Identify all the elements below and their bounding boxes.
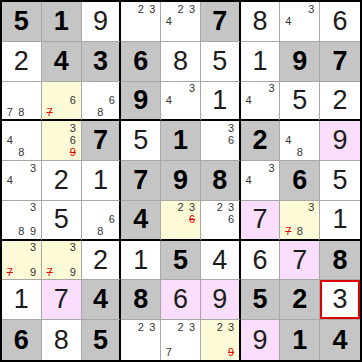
- candidate-digit: 4: [4, 174, 16, 186]
- cell-r8c6[interactable]: 9: [201, 280, 241, 320]
- candidate-digit: 9: [67, 266, 79, 278]
- solved-digit: 1: [333, 206, 348, 233]
- candidate-grid: 236: [201, 201, 239, 239]
- candidate-grid: 48: [2, 121, 41, 160]
- candidate-digit: 3: [186, 202, 198, 214]
- candidate-grid: 34: [2, 161, 41, 200]
- given-digit: 5: [253, 286, 268, 313]
- cell-r3c6[interactable]: 1: [201, 82, 241, 122]
- candidate-digit: 3: [186, 321, 198, 334]
- cell-r4c2[interactable]: 369: [42, 121, 82, 161]
- candidate-digit: 3: [225, 321, 236, 334]
- candidate-digit: 4: [282, 15, 294, 27]
- candidate-grid: 68: [82, 201, 120, 239]
- cell-r6c5[interactable]: 236: [161, 201, 201, 241]
- given-digit: 7: [333, 48, 348, 75]
- candidate-digit: 3: [225, 202, 236, 214]
- candidate-digit: 8: [16, 106, 28, 118]
- given-digit: 8: [333, 247, 348, 274]
- given-digit: 1: [292, 327, 307, 354]
- cell-r9c3[interactable]: 5: [82, 320, 122, 360]
- candidate-digit: 3: [27, 202, 39, 214]
- candidate-digit: 4: [4, 135, 16, 147]
- candidate-grid: 68: [82, 82, 120, 120]
- cell-r3c9[interactable]: 2: [320, 82, 360, 122]
- candidate-digit: 4: [243, 94, 255, 106]
- cell-r8c3[interactable]: 4: [82, 280, 122, 320]
- cell-r7c8[interactable]: 7: [280, 241, 320, 281]
- eliminated-candidate-digit: 7: [282, 226, 294, 238]
- eliminated-candidate-digit: 6: [186, 214, 198, 226]
- cell-r2c5[interactable]: 8: [161, 42, 201, 82]
- candidate-digit: 6: [225, 214, 236, 226]
- cell-r1c1[interactable]: 5: [2, 2, 42, 42]
- solved-digit: 1: [93, 167, 108, 194]
- solved-digit: 4: [212, 247, 227, 274]
- cell-r5c3[interactable]: 1: [82, 161, 122, 201]
- cell-r4c4[interactable]: 5: [121, 121, 161, 161]
- cell-r3c4[interactable]: 9: [121, 82, 161, 122]
- cell-r1c8[interactable]: 34: [280, 2, 320, 42]
- candidate-grid: 236: [161, 201, 200, 239]
- candidate-digit: 6: [67, 135, 79, 147]
- candidate-grid: 36: [201, 121, 239, 160]
- cell-r3c1[interactable]: 78: [2, 82, 42, 122]
- cell-r6c7[interactable]: 7: [241, 201, 281, 241]
- solved-digit: 1: [133, 247, 148, 274]
- solved-digit: 1: [253, 48, 268, 75]
- candidate-digit: 2: [175, 202, 187, 214]
- solved-digit: 8: [173, 48, 188, 75]
- given-digit: 3: [93, 48, 108, 75]
- solved-digit: 1: [212, 87, 227, 114]
- candidate-digit: 3: [27, 242, 39, 254]
- eliminated-candidate-digit: 7: [4, 266, 16, 278]
- cell-r2c3[interactable]: 3: [82, 42, 122, 82]
- cell-r1c4[interactable]: 23: [121, 2, 161, 42]
- candidate-digit: 8: [95, 226, 106, 238]
- candidate-digit: 6: [225, 135, 236, 147]
- candidate-digit: 8: [95, 106, 106, 118]
- candidate-digit: 2: [214, 202, 225, 214]
- solved-digit: 5: [212, 48, 227, 75]
- candidate-grid: 34: [280, 2, 319, 41]
- cell-r6c6[interactable]: 236: [201, 201, 241, 241]
- cell-r5c5[interactable]: 9: [161, 161, 201, 201]
- cell-r2c9[interactable]: 7: [320, 42, 360, 82]
- cell-r9c5[interactable]: 237: [161, 320, 201, 360]
- cell-r5c8[interactable]: 6: [280, 161, 320, 201]
- given-digit: 5: [93, 327, 108, 354]
- candidate-digit: 8: [16, 147, 28, 159]
- cell-r8c5[interactable]: 6: [161, 280, 201, 320]
- candidate-digit: 3: [67, 242, 79, 254]
- cell-r1c7[interactable]: 8: [241, 2, 281, 42]
- cell-r2c4[interactable]: 6: [121, 42, 161, 82]
- candidate-grid: 34: [241, 82, 280, 120]
- candidate-digit: 2: [135, 3, 147, 15]
- solved-digit: 2: [54, 167, 69, 194]
- cell-r1c6[interactable]: 7: [201, 2, 241, 42]
- cell-r7c1[interactable]: 379: [2, 241, 42, 281]
- cell-r6c8[interactable]: 378: [280, 201, 320, 241]
- cell-r8c1[interactable]: 1: [2, 280, 42, 320]
- candidate-digit: 3: [147, 3, 159, 15]
- candidate-digit: 3: [266, 83, 278, 95]
- cell-r4c5[interactable]: 1: [161, 121, 201, 161]
- candidate-grid: 48: [280, 121, 319, 160]
- candidate-grid: 23: [121, 320, 160, 360]
- given-digit: 7: [93, 127, 108, 154]
- candidate-digit: 8: [294, 147, 306, 159]
- candidate-grid: 239: [201, 320, 239, 360]
- given-digit: 4: [54, 48, 69, 75]
- cell-r1c2[interactable]: 1: [42, 2, 82, 42]
- cell-r8c9[interactable]: 3: [320, 280, 360, 320]
- cell-r9c9[interactable]: 4: [320, 320, 360, 360]
- solved-digit: 3: [333, 286, 348, 313]
- cell-r3c7[interactable]: 34: [241, 82, 281, 122]
- candidate-digit: 8: [294, 226, 306, 238]
- solved-digit: 6: [173, 286, 188, 313]
- candidate-grid: 234: [161, 2, 200, 41]
- given-digit: 2: [292, 286, 307, 313]
- cell-r4c1[interactable]: 48: [2, 121, 42, 161]
- solved-digit: 9: [212, 286, 227, 313]
- cell-r7c3[interactable]: 2: [82, 241, 122, 281]
- cell-r9c6[interactable]: 239: [201, 320, 241, 360]
- cell-r7c4[interactable]: 1: [121, 241, 161, 281]
- cell-r4c9[interactable]: 9: [320, 121, 360, 161]
- candidate-grid: 369: [42, 121, 81, 160]
- cell-r5c2[interactable]: 2: [42, 161, 82, 201]
- candidate-digit: 2: [135, 321, 147, 334]
- candidate-digit: 9: [27, 226, 39, 238]
- solved-digit: 7: [253, 206, 268, 233]
- given-digit: 5: [14, 8, 29, 35]
- cell-r5c9[interactable]: 5: [320, 161, 360, 201]
- candidate-digit: 2: [175, 321, 187, 334]
- given-digit: 7: [133, 167, 148, 194]
- given-digit: 6: [133, 48, 148, 75]
- sudoku-board: 5192323478346243685197786768934134524836…: [0, 0, 362, 362]
- candidate-grid: 389: [2, 201, 41, 239]
- cell-r9c2[interactable]: 8: [42, 320, 82, 360]
- given-digit: 8: [212, 167, 227, 194]
- given-digit: 8: [133, 286, 148, 313]
- solved-digit: 9: [333, 127, 348, 154]
- cell-r8c7[interactable]: 5: [241, 280, 281, 320]
- cell-r4c7[interactable]: 2: [241, 121, 281, 161]
- cell-r2c2[interactable]: 4: [42, 42, 82, 82]
- candidate-grid: 379: [2, 241, 41, 280]
- cell-r6c2[interactable]: 5: [42, 201, 82, 241]
- eliminated-candidate-digit: 7: [44, 106, 56, 118]
- cell-r5c4[interactable]: 7: [121, 161, 161, 201]
- solved-digit: 2: [333, 87, 348, 114]
- cell-r7c9[interactable]: 8: [320, 241, 360, 281]
- candidate-grid: 78: [2, 82, 41, 120]
- solved-digit: 9: [253, 327, 268, 354]
- cell-r8c2[interactable]: 7: [42, 280, 82, 320]
- candidate-digit: 6: [106, 94, 117, 106]
- cell-r5c7[interactable]: 34: [241, 161, 281, 201]
- candidate-digit: 3: [147, 321, 159, 334]
- solved-digit: 5: [333, 167, 348, 194]
- solved-digit: 5: [292, 87, 307, 114]
- candidate-digit: 4: [243, 174, 255, 186]
- solved-digit: 1: [14, 286, 29, 313]
- cell-r6c9[interactable]: 1: [320, 201, 360, 241]
- candidate-digit: 3: [306, 3, 318, 15]
- candidate-digit: 6: [67, 94, 79, 106]
- cell-r7c6[interactable]: 4: [201, 241, 241, 281]
- given-digit: 4: [93, 286, 108, 313]
- solved-digit: 6: [333, 8, 348, 35]
- solved-digit: 5: [133, 127, 148, 154]
- cell-r5c1[interactable]: 34: [2, 161, 42, 201]
- candidate-digit: 9: [27, 266, 39, 278]
- candidate-digit: 3: [27, 162, 39, 174]
- candidate-digit: 4: [163, 94, 175, 106]
- cell-r9c4[interactable]: 23: [121, 320, 161, 360]
- cell-r6c3[interactable]: 68: [82, 201, 122, 241]
- candidate-digit: 2: [175, 3, 187, 15]
- solved-digit: 7: [54, 286, 69, 313]
- given-digit: 6: [292, 167, 307, 194]
- candidate-digit: 3: [186, 83, 198, 95]
- given-digit: 7: [212, 8, 227, 35]
- given-digit: 9: [133, 87, 148, 114]
- given-digit: 4: [133, 206, 148, 233]
- eliminated-candidate-digit: 9: [67, 147, 79, 159]
- cell-r1c3[interactable]: 9: [82, 2, 122, 42]
- candidate-grid: 67: [42, 82, 81, 120]
- candidate-grid: 237: [161, 320, 200, 360]
- eliminated-candidate-digit: 9: [225, 346, 236, 359]
- eliminated-candidate-digit: 7: [44, 266, 56, 278]
- cell-r2c1[interactable]: 2: [2, 42, 42, 82]
- candidate-digit: 3: [225, 122, 236, 134]
- cell-r9c1[interactable]: 6: [2, 320, 42, 360]
- candidate-digit: 4: [282, 135, 294, 147]
- cell-r8c8[interactable]: 2: [280, 280, 320, 320]
- cell-r2c8[interactable]: 9: [280, 42, 320, 82]
- given-digit: 6: [14, 327, 29, 354]
- given-digit: 1: [54, 8, 69, 35]
- cell-r3c5[interactable]: 34: [161, 82, 201, 122]
- given-digit: 2: [253, 127, 268, 154]
- cell-r3c8[interactable]: 5: [280, 82, 320, 122]
- given-digit: 1: [173, 127, 188, 154]
- cell-r1c5[interactable]: 234: [161, 2, 201, 42]
- candidate-digit: 3: [186, 3, 198, 15]
- solved-digit: 8: [54, 327, 69, 354]
- given-digit: 9: [173, 167, 188, 194]
- cell-r6c1[interactable]: 389: [2, 201, 42, 241]
- cell-r4c3[interactable]: 7: [82, 121, 122, 161]
- cell-r9c7[interactable]: 9: [241, 320, 281, 360]
- candidate-grid: 34: [241, 161, 280, 200]
- candidate-grid: 23: [121, 2, 160, 41]
- solved-digit: 7: [292, 247, 307, 274]
- candidate-digit: 2: [214, 321, 225, 334]
- cell-r5c6[interactable]: 8: [201, 161, 241, 201]
- candidate-digit: 3: [266, 162, 278, 174]
- solved-digit: 6: [253, 247, 268, 274]
- candidate-grid: 379: [42, 241, 81, 280]
- solved-digit: 2: [14, 48, 29, 75]
- candidate-digit: 3: [67, 122, 79, 134]
- cell-r9c8[interactable]: 1: [280, 320, 320, 360]
- cell-r3c3[interactable]: 68: [82, 82, 122, 122]
- candidate-digit: 6: [106, 214, 117, 226]
- candidate-grid: 34: [161, 82, 200, 120]
- cell-r3c2[interactable]: 67: [42, 82, 82, 122]
- given-digit: 5: [173, 247, 188, 274]
- cell-r1c9[interactable]: 6: [320, 2, 360, 42]
- cell-r7c2[interactable]: 379: [42, 241, 82, 281]
- given-digit: 9: [292, 48, 307, 75]
- cell-r6c4[interactable]: 4: [121, 201, 161, 241]
- candidate-grid: 378: [280, 201, 319, 239]
- candidate-digit: 7: [163, 346, 175, 359]
- solved-digit: 5: [54, 206, 69, 233]
- cell-r7c5[interactable]: 5: [161, 241, 201, 281]
- candidate-digit: 8: [16, 226, 28, 238]
- candidate-digit: 3: [306, 202, 318, 214]
- cell-r7c7[interactable]: 6: [241, 241, 281, 281]
- cell-r4c6[interactable]: 36: [201, 121, 241, 161]
- cell-r2c6[interactable]: 5: [201, 42, 241, 82]
- candidate-digit: 7: [4, 106, 16, 118]
- candidate-digit: 4: [163, 15, 175, 27]
- cell-r4c8[interactable]: 48: [280, 121, 320, 161]
- solved-digit: 9: [93, 8, 108, 35]
- cell-r8c4[interactable]: 8: [121, 280, 161, 320]
- cell-r2c7[interactable]: 1: [241, 42, 281, 82]
- solved-digit: 2: [93, 247, 108, 274]
- given-digit: 4: [333, 327, 348, 354]
- solved-digit: 8: [253, 8, 268, 35]
